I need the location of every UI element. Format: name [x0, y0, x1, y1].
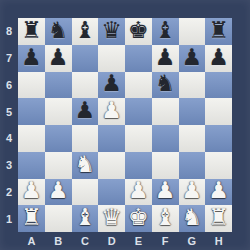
piece-white-pawn: ♟ [48, 179, 69, 202]
square-g5[interactable] [179, 98, 206, 125]
square-f5[interactable] [152, 98, 179, 125]
square-g8[interactable] [179, 18, 206, 45]
piece-white-pawn: ♟ [182, 179, 203, 202]
square-c8[interactable]: ♝ [72, 18, 99, 45]
rank-labels: 87654321 [0, 18, 18, 232]
rank-label-6: 6 [0, 72, 18, 99]
square-d1[interactable]: ♛ [98, 205, 125, 232]
square-b5[interactable] [45, 98, 72, 125]
square-c5[interactable]: ♟ [72, 98, 99, 125]
square-g2[interactable]: ♟ [179, 179, 206, 206]
square-h5[interactable] [205, 98, 232, 125]
square-c4[interactable] [72, 125, 99, 152]
piece-black-pawn: ♟ [75, 99, 96, 122]
square-c1[interactable]: ♝ [72, 205, 99, 232]
square-a8[interactable]: ♜ [18, 18, 45, 45]
file-labels: ABCDEFGH [18, 232, 232, 250]
square-h3[interactable] [205, 152, 232, 179]
rank-label-8: 8 [0, 18, 18, 45]
rank-label-7: 7 [0, 45, 18, 72]
square-c6[interactable] [72, 72, 99, 99]
square-e5[interactable] [125, 98, 152, 125]
square-h2[interactable]: ♟ [205, 179, 232, 206]
square-b8[interactable]: ♞ [45, 18, 72, 45]
square-e3[interactable] [125, 152, 152, 179]
square-f7[interactable]: ♟ [152, 45, 179, 72]
piece-black-queen: ♛ [101, 19, 122, 42]
square-f4[interactable] [152, 125, 179, 152]
piece-white-knight: ♞ [75, 153, 96, 176]
square-e4[interactable] [125, 125, 152, 152]
square-e1[interactable]: ♚ [125, 205, 152, 232]
square-a2[interactable]: ♟ [18, 179, 45, 206]
file-label-e: E [125, 232, 152, 250]
square-g4[interactable] [179, 125, 206, 152]
piece-white-rook: ♜ [208, 206, 229, 229]
square-f6[interactable]: ♞ [152, 72, 179, 99]
piece-black-pawn: ♟ [208, 46, 229, 69]
square-g1[interactable]: ♞ [179, 205, 206, 232]
square-h4[interactable] [205, 125, 232, 152]
square-d2[interactable] [98, 179, 125, 206]
piece-black-king: ♚ [128, 19, 149, 42]
square-d7[interactable] [98, 45, 125, 72]
square-f2[interactable]: ♟ [152, 179, 179, 206]
square-b3[interactable] [45, 152, 72, 179]
rank-label-4: 4 [0, 125, 18, 152]
piece-white-bishop: ♝ [155, 206, 176, 229]
square-c2[interactable] [72, 179, 99, 206]
piece-white-pawn: ♟ [128, 179, 149, 202]
square-a4[interactable] [18, 125, 45, 152]
square-b2[interactable]: ♟ [45, 179, 72, 206]
square-f1[interactable]: ♝ [152, 205, 179, 232]
square-d8[interactable]: ♛ [98, 18, 125, 45]
square-b1[interactable] [45, 205, 72, 232]
piece-black-bishop: ♝ [155, 19, 176, 42]
square-f3[interactable] [152, 152, 179, 179]
piece-black-pawn: ♟ [155, 46, 176, 69]
square-d4[interactable] [98, 125, 125, 152]
file-label-g: G [179, 232, 206, 250]
square-d5[interactable]: ♟ [98, 98, 125, 125]
piece-white-queen: ♛ [101, 206, 122, 229]
piece-black-pawn: ♟ [182, 46, 203, 69]
square-h1[interactable]: ♜ [205, 205, 232, 232]
square-d3[interactable] [98, 152, 125, 179]
square-a1[interactable]: ♜ [18, 205, 45, 232]
piece-white-pawn: ♟ [155, 179, 176, 202]
file-label-d: D [98, 232, 125, 250]
square-a3[interactable] [18, 152, 45, 179]
square-a7[interactable]: ♟ [18, 45, 45, 72]
chess-board-diagram: 87654321 ABCDEFGH ♜♞♝♛♚♝♜♟♟♟♟♟♟♞♟♟♞♟♟♟♟♟… [0, 0, 250, 250]
square-e7[interactable] [125, 45, 152, 72]
file-label-b: B [45, 232, 72, 250]
piece-black-knight: ♞ [155, 72, 176, 95]
piece-black-rook: ♜ [208, 19, 229, 42]
square-g6[interactable] [179, 72, 206, 99]
rank-label-3: 3 [0, 152, 18, 179]
piece-white-knight: ♞ [182, 206, 203, 229]
piece-white-bishop: ♝ [75, 206, 96, 229]
square-h7[interactable]: ♟ [205, 45, 232, 72]
square-g7[interactable]: ♟ [179, 45, 206, 72]
rank-label-1: 1 [0, 205, 18, 232]
piece-black-knight: ♞ [48, 19, 69, 42]
square-a5[interactable] [18, 98, 45, 125]
square-b4[interactable] [45, 125, 72, 152]
piece-white-pawn: ♟ [21, 179, 42, 202]
square-g3[interactable] [179, 152, 206, 179]
piece-white-rook: ♜ [21, 206, 42, 229]
square-c7[interactable] [72, 45, 99, 72]
piece-black-pawn: ♟ [101, 72, 122, 95]
square-e2[interactable]: ♟ [125, 179, 152, 206]
square-b6[interactable] [45, 72, 72, 99]
piece-white-pawn: ♟ [101, 99, 122, 122]
file-label-a: A [18, 232, 45, 250]
piece-black-rook: ♜ [21, 19, 42, 42]
piece-black-pawn: ♟ [21, 46, 42, 69]
chess-board: ♜♞♝♛♚♝♜♟♟♟♟♟♟♞♟♟♞♟♟♟♟♟♟♜♝♛♚♝♞♜ [18, 18, 232, 232]
file-label-f: F [152, 232, 179, 250]
square-e6[interactable] [125, 72, 152, 99]
square-c3[interactable]: ♞ [72, 152, 99, 179]
rank-label-5: 5 [0, 98, 18, 125]
piece-white-pawn: ♟ [208, 179, 229, 202]
square-b7[interactable]: ♟ [45, 45, 72, 72]
square-e8[interactable]: ♚ [125, 18, 152, 45]
piece-white-king: ♚ [128, 206, 149, 229]
piece-black-pawn: ♟ [48, 46, 69, 69]
file-label-h: H [205, 232, 232, 250]
square-h8[interactable]: ♜ [205, 18, 232, 45]
file-label-c: C [72, 232, 99, 250]
square-d6[interactable]: ♟ [98, 72, 125, 99]
square-f8[interactable]: ♝ [152, 18, 179, 45]
square-a6[interactable] [18, 72, 45, 99]
rank-label-2: 2 [0, 179, 18, 206]
square-h6[interactable] [205, 72, 232, 99]
piece-black-bishop: ♝ [75, 19, 96, 42]
